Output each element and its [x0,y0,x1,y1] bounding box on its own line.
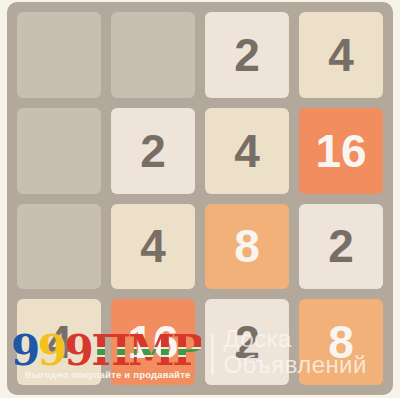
tile-4-r3c2: 4 [111,204,195,290]
tile-4-r1c4: 4 [299,12,383,98]
empty-cell-r3c1 [17,204,101,290]
tile-8-r3c3: 8 [205,204,289,290]
empty-cell-r1c1 [17,12,101,98]
tile-8-r4c4: 8 [299,299,383,385]
tile-4-r2c3: 4 [205,108,289,194]
empty-cell-r1c2 [111,12,195,98]
empty-cell-r2c1 [17,108,101,194]
board-grid[interactable]: 24241648241628 [7,2,393,395]
tile-2-r3c4: 2 [299,204,383,290]
tile-4-r4c1: 4 [17,299,101,385]
tile-16-r4c2: 16 [111,299,195,385]
tile-16-r2c4: 16 [299,108,383,194]
tile-2-r1c3: 2 [205,12,289,98]
page: 24241648241628 999ПМР Доска Объявлений В… [0,0,400,398]
tile-2-r4c3: 2 [205,299,289,385]
tile-2-r2c2: 2 [111,108,195,194]
